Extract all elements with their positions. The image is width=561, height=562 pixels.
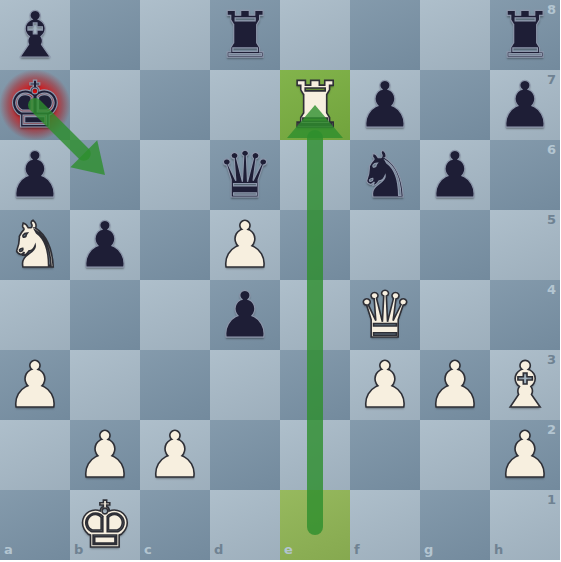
square-c7[interactable] [140, 70, 210, 140]
square-b1[interactable]: ♚ [70, 490, 140, 560]
square-b8[interactable] [70, 0, 140, 70]
square-c8[interactable] [140, 0, 210, 70]
piece-white-rook[interactable]: ♜ [280, 70, 350, 140]
piece-black-pawn[interactable]: ♟ [490, 70, 560, 140]
square-c6[interactable] [140, 140, 210, 210]
square-e6[interactable] [280, 140, 350, 210]
square-g5[interactable] [420, 210, 490, 280]
piece-white-pawn[interactable]: ♟ [350, 350, 420, 420]
square-a7[interactable]: ♚ [0, 70, 70, 140]
square-c5[interactable] [140, 210, 210, 280]
square-f5[interactable] [350, 210, 420, 280]
square-d7[interactable] [210, 70, 280, 140]
square-g1[interactable] [420, 490, 490, 560]
square-e8[interactable] [280, 0, 350, 70]
piece-black-rook[interactable]: ♜ [490, 0, 560, 70]
square-f1[interactable] [350, 490, 420, 560]
square-d3[interactable] [210, 350, 280, 420]
piece-white-pawn[interactable]: ♟ [140, 420, 210, 490]
piece-white-queen[interactable]: ♛ [350, 280, 420, 350]
square-c2[interactable]: ♟ [140, 420, 210, 490]
square-e1[interactable] [280, 490, 350, 560]
piece-black-rook[interactable]: ♜ [210, 0, 280, 70]
piece-black-pawn[interactable]: ♟ [420, 140, 490, 210]
square-a4[interactable] [0, 280, 70, 350]
square-a1[interactable] [0, 490, 70, 560]
square-h4[interactable] [490, 280, 560, 350]
piece-black-knight[interactable]: ♞ [350, 140, 420, 210]
square-h7[interactable]: ♟ [490, 70, 560, 140]
square-d4[interactable]: ♟ [210, 280, 280, 350]
square-e7[interactable]: ♜ [280, 70, 350, 140]
piece-white-pawn[interactable]: ♟ [490, 420, 560, 490]
square-h5[interactable] [490, 210, 560, 280]
square-b2[interactable]: ♟ [70, 420, 140, 490]
piece-white-pawn[interactable]: ♟ [70, 420, 140, 490]
square-b4[interactable] [70, 280, 140, 350]
square-g3[interactable]: ♟ [420, 350, 490, 420]
square-g2[interactable] [420, 420, 490, 490]
square-e4[interactable] [280, 280, 350, 350]
piece-white-pawn[interactable]: ♟ [210, 210, 280, 280]
piece-black-pawn[interactable]: ♟ [210, 280, 280, 350]
piece-black-pawn[interactable]: ♟ [0, 140, 70, 210]
square-e5[interactable] [280, 210, 350, 280]
piece-black-queen[interactable]: ♛ [210, 140, 280, 210]
piece-white-pawn[interactable]: ♟ [0, 350, 70, 420]
square-h1[interactable] [490, 490, 560, 560]
piece-white-bishop[interactable]: ♝ [490, 350, 560, 420]
square-b5[interactable]: ♟ [70, 210, 140, 280]
piece-black-pawn[interactable]: ♟ [350, 70, 420, 140]
piece-white-knight[interactable]: ♞ [0, 210, 70, 280]
square-e3[interactable] [280, 350, 350, 420]
square-a2[interactable] [0, 420, 70, 490]
square-g4[interactable] [420, 280, 490, 350]
square-f4[interactable]: ♛ [350, 280, 420, 350]
square-h2[interactable]: ♟ [490, 420, 560, 490]
square-g7[interactable] [420, 70, 490, 140]
square-g6[interactable]: ♟ [420, 140, 490, 210]
square-d5[interactable]: ♟ [210, 210, 280, 280]
square-c1[interactable] [140, 490, 210, 560]
square-f8[interactable] [350, 0, 420, 70]
square-b6[interactable] [70, 140, 140, 210]
square-h6[interactable] [490, 140, 560, 210]
piece-black-king[interactable]: ♚ [0, 70, 70, 140]
square-a6[interactable]: ♟ [0, 140, 70, 210]
square-d2[interactable] [210, 420, 280, 490]
square-f2[interactable] [350, 420, 420, 490]
square-h3[interactable]: ♝ [490, 350, 560, 420]
square-b7[interactable] [70, 70, 140, 140]
square-a8[interactable]: ♝ [0, 0, 70, 70]
chess-app: ♝♜♜♚♜♟♟♟♛♞♟♞♟♟♟♛♟♟♟♝♟♟♟♚abcdefgh12345678 [0, 0, 561, 562]
piece-white-pawn[interactable]: ♟ [420, 350, 490, 420]
square-d1[interactable] [210, 490, 280, 560]
square-f3[interactable]: ♟ [350, 350, 420, 420]
square-c3[interactable] [140, 350, 210, 420]
square-a3[interactable]: ♟ [0, 350, 70, 420]
piece-white-king[interactable]: ♚ [70, 490, 140, 560]
square-d8[interactable]: ♜ [210, 0, 280, 70]
piece-black-bishop[interactable]: ♝ [0, 0, 70, 70]
chess-board: ♝♜♜♚♜♟♟♟♛♞♟♞♟♟♟♛♟♟♟♝♟♟♟♚abcdefgh12345678 [0, 0, 560, 560]
square-g8[interactable] [420, 0, 490, 70]
piece-black-pawn[interactable]: ♟ [70, 210, 140, 280]
square-f7[interactable]: ♟ [350, 70, 420, 140]
square-h8[interactable]: ♜ [490, 0, 560, 70]
square-a5[interactable]: ♞ [0, 210, 70, 280]
square-b3[interactable] [70, 350, 140, 420]
square-c4[interactable] [140, 280, 210, 350]
square-e2[interactable] [280, 420, 350, 490]
square-f6[interactable]: ♞ [350, 140, 420, 210]
square-d6[interactable]: ♛ [210, 140, 280, 210]
